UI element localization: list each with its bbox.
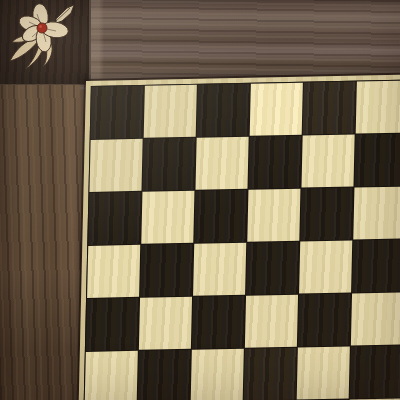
board-square-r1c0[interactable] [89, 139, 142, 192]
board-square-r0c4[interactable] [303, 82, 356, 135]
board-square-r0c2[interactable] [197, 84, 250, 137]
chess-board [76, 72, 400, 400]
board-square-r3c1[interactable] [140, 244, 193, 297]
board-square-r2c1[interactable] [141, 191, 194, 244]
board-square-r4c1[interactable] [139, 297, 192, 350]
board-square-r5c3[interactable] [244, 348, 297, 400]
board-square-r5c1[interactable] [138, 350, 191, 400]
board-square-r1c1[interactable] [142, 138, 195, 191]
board-square-r0c1[interactable] [144, 85, 197, 138]
board-square-r3c4[interactable] [299, 241, 352, 294]
board-square-r4c3[interactable] [245, 295, 298, 348]
board-square-r2c5[interactable] [353, 187, 400, 240]
frame-corner-inlay-square [0, 0, 91, 85]
board-square-r3c2[interactable] [193, 243, 246, 296]
board-square-r4c2[interactable] [192, 296, 245, 349]
board-square-r3c3[interactable] [246, 242, 299, 295]
board-square-r4c4[interactable] [298, 294, 351, 347]
board-square-r3c0[interactable] [87, 245, 140, 298]
board-square-r5c5[interactable] [350, 346, 400, 399]
board-square-r2c2[interactable] [194, 190, 247, 243]
board-square-r0c5[interactable] [356, 81, 400, 134]
board-square-r3c5[interactable] [352, 240, 400, 293]
board-square-r2c4[interactable] [300, 188, 353, 241]
board-square-r1c2[interactable] [195, 137, 248, 190]
board-grid [81, 77, 400, 400]
board-square-r5c2[interactable] [191, 349, 244, 400]
board-square-r0c3[interactable] [250, 83, 303, 136]
board-square-r1c5[interactable] [354, 134, 400, 187]
chessboard-photo-scene [0, 0, 400, 400]
board-square-r2c0[interactable] [88, 192, 141, 245]
board-square-r5c4[interactable] [297, 347, 350, 400]
board-square-r4c5[interactable] [351, 293, 400, 346]
board-square-r2c3[interactable] [247, 189, 300, 242]
board-square-r0c0[interactable] [91, 86, 144, 139]
board-square-r4c0[interactable] [86, 298, 139, 351]
board-square-r1c3[interactable] [248, 136, 301, 189]
board-square-r1c4[interactable] [301, 135, 354, 188]
board-square-r5c0[interactable] [85, 351, 138, 400]
flower-inlay-icon [4, 1, 86, 81]
